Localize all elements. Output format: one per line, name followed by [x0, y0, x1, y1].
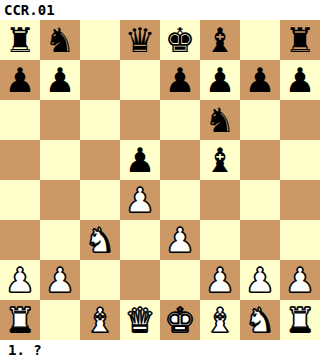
square-h2[interactable]: ♟ [280, 260, 320, 300]
white-pawn-piece: ♟ [45, 260, 75, 300]
square-b7[interactable]: ♟ [40, 60, 80, 100]
square-h6[interactable] [280, 100, 320, 140]
square-c8[interactable] [80, 20, 120, 60]
square-e1[interactable]: ♚ [160, 300, 200, 340]
square-d4[interactable]: ♟ [120, 180, 160, 220]
square-d7[interactable] [120, 60, 160, 100]
white-queen-piece: ♛ [125, 300, 155, 340]
square-e3[interactable]: ♟ [160, 220, 200, 260]
square-c3[interactable]: ♞ [80, 220, 120, 260]
black-king-piece: ♚ [165, 20, 195, 60]
square-h3[interactable] [280, 220, 320, 260]
white-pawn-piece: ♟ [165, 220, 195, 260]
statusbar: 1. ? [0, 340, 320, 360]
black-pawn-piece: ♟ [5, 60, 35, 100]
square-g1[interactable]: ♞ [240, 300, 280, 340]
square-h4[interactable] [280, 180, 320, 220]
move-prompt: 1. ? [8, 342, 42, 358]
square-a2[interactable]: ♟ [0, 260, 40, 300]
square-b2[interactable]: ♟ [40, 260, 80, 300]
square-f3[interactable] [200, 220, 240, 260]
square-f6[interactable]: ♞ [200, 100, 240, 140]
square-c1[interactable]: ♝ [80, 300, 120, 340]
white-pawn-piece: ♟ [5, 260, 35, 300]
black-knight-piece: ♞ [45, 20, 75, 60]
square-e4[interactable] [160, 180, 200, 220]
black-queen-piece: ♛ [125, 20, 155, 60]
square-g8[interactable] [240, 20, 280, 60]
black-bishop-piece: ♝ [205, 20, 235, 60]
square-e7[interactable]: ♟ [160, 60, 200, 100]
square-a3[interactable] [0, 220, 40, 260]
white-bishop-piece: ♝ [85, 300, 115, 340]
white-pawn-piece: ♟ [205, 260, 235, 300]
square-e2[interactable] [160, 260, 200, 300]
square-d3[interactable] [120, 220, 160, 260]
square-b3[interactable] [40, 220, 80, 260]
black-pawn-piece: ♟ [125, 140, 155, 180]
white-pawn-piece: ♟ [245, 260, 275, 300]
square-f2[interactable]: ♟ [200, 260, 240, 300]
black-pawn-piece: ♟ [205, 60, 235, 100]
square-a4[interactable] [0, 180, 40, 220]
black-pawn-piece: ♟ [285, 60, 315, 100]
square-a6[interactable] [0, 100, 40, 140]
square-c6[interactable] [80, 100, 120, 140]
square-b8[interactable]: ♞ [40, 20, 80, 60]
square-c4[interactable] [80, 180, 120, 220]
square-h5[interactable] [280, 140, 320, 180]
window-title: CCR.01 [4, 2, 55, 18]
square-c2[interactable] [80, 260, 120, 300]
black-knight-piece: ♞ [205, 100, 235, 140]
square-a1[interactable]: ♜ [0, 300, 40, 340]
black-rook-piece: ♜ [5, 20, 35, 60]
square-d1[interactable]: ♛ [120, 300, 160, 340]
square-a8[interactable]: ♜ [0, 20, 40, 60]
square-a7[interactable]: ♟ [0, 60, 40, 100]
chess-board: ♜♞♛♚♝♜♟♟♟♟♟♟♞♟♝♟♞♟♟♟♟♟♟♜♝♛♚♝♞♜ [0, 20, 320, 340]
square-e8[interactable]: ♚ [160, 20, 200, 60]
square-d2[interactable] [120, 260, 160, 300]
square-d6[interactable] [120, 100, 160, 140]
square-g3[interactable] [240, 220, 280, 260]
square-e6[interactable] [160, 100, 200, 140]
square-c5[interactable] [80, 140, 120, 180]
titlebar: CCR.01 [0, 0, 320, 20]
square-f8[interactable]: ♝ [200, 20, 240, 60]
black-pawn-piece: ♟ [245, 60, 275, 100]
square-b1[interactable] [40, 300, 80, 340]
square-g5[interactable] [240, 140, 280, 180]
black-rook-piece: ♜ [285, 20, 315, 60]
square-a5[interactable] [0, 140, 40, 180]
white-bishop-piece: ♝ [205, 300, 235, 340]
square-f1[interactable]: ♝ [200, 300, 240, 340]
white-king-piece: ♚ [165, 300, 195, 340]
square-c7[interactable] [80, 60, 120, 100]
chess-app-window: CCR.01 ♜♞♛♚♝♜♟♟♟♟♟♟♞♟♝♟♞♟♟♟♟♟♟♜♝♛♚♝♞♜ 1.… [0, 0, 320, 360]
square-h8[interactable]: ♜ [280, 20, 320, 60]
black-pawn-piece: ♟ [45, 60, 75, 100]
square-b5[interactable] [40, 140, 80, 180]
square-g4[interactable] [240, 180, 280, 220]
square-g7[interactable]: ♟ [240, 60, 280, 100]
square-d5[interactable]: ♟ [120, 140, 160, 180]
square-b4[interactable] [40, 180, 80, 220]
white-pawn-piece: ♟ [285, 260, 315, 300]
square-b6[interactable] [40, 100, 80, 140]
square-f7[interactable]: ♟ [200, 60, 240, 100]
square-f4[interactable] [200, 180, 240, 220]
square-d8[interactable]: ♛ [120, 20, 160, 60]
black-pawn-piece: ♟ [165, 60, 195, 100]
white-rook-piece: ♜ [285, 300, 315, 340]
square-h7[interactable]: ♟ [280, 60, 320, 100]
white-knight-piece: ♞ [245, 300, 275, 340]
white-pawn-piece: ♟ [125, 180, 155, 220]
black-bishop-piece: ♝ [205, 140, 235, 180]
white-rook-piece: ♜ [5, 300, 35, 340]
square-f5[interactable]: ♝ [200, 140, 240, 180]
white-knight-piece: ♞ [85, 220, 115, 260]
square-g6[interactable] [240, 100, 280, 140]
square-h1[interactable]: ♜ [280, 300, 320, 340]
square-e5[interactable] [160, 140, 200, 180]
square-g2[interactable]: ♟ [240, 260, 280, 300]
